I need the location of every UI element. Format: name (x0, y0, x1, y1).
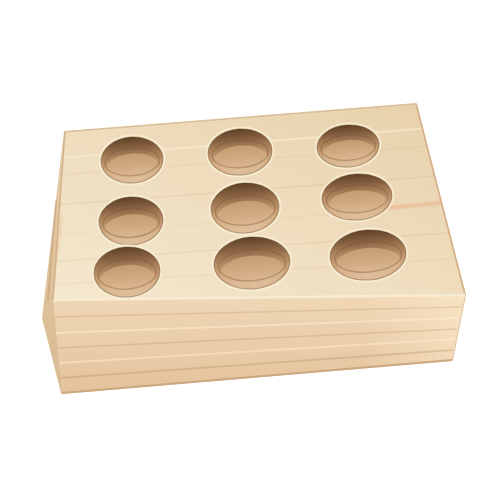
block-front-face-sheen (53, 295, 465, 393)
product-photo-stage (0, 0, 500, 500)
wooden-block-photo (0, 0, 500, 500)
holes-grid (91, 121, 410, 301)
